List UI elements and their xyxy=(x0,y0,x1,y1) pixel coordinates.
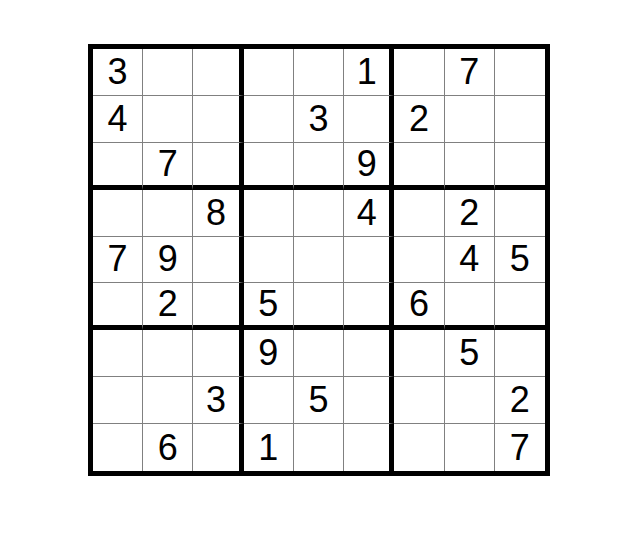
cell-r2c9[interactable] xyxy=(495,96,545,143)
cell-r5c2[interactable]: 9 xyxy=(143,237,193,284)
cell-r4c2[interactable] xyxy=(143,190,193,237)
cell-r5c6[interactable] xyxy=(344,237,394,284)
cell-r4c5[interactable] xyxy=(294,190,344,237)
cell-r3c2[interactable]: 7 xyxy=(143,143,193,190)
cell-r7c9[interactable] xyxy=(495,330,545,377)
cell-r3c8[interactable] xyxy=(445,143,495,190)
cell-r8c4[interactable] xyxy=(244,377,294,424)
cell-r1c8[interactable]: 7 xyxy=(445,49,495,96)
cell-r6c7[interactable]: 6 xyxy=(394,283,444,330)
cell-r1c3[interactable] xyxy=(193,49,243,96)
cell-r8c3[interactable]: 3 xyxy=(193,377,243,424)
cell-r9c5[interactable] xyxy=(294,424,344,471)
cell-r5c8[interactable]: 4 xyxy=(445,237,495,284)
cell-r3c7[interactable] xyxy=(394,143,444,190)
cell-r6c9[interactable] xyxy=(495,283,545,330)
cell-r5c4[interactable] xyxy=(244,237,294,284)
cell-r5c5[interactable] xyxy=(294,237,344,284)
cell-r9c4[interactable]: 1 xyxy=(244,424,294,471)
cell-r2c1[interactable]: 4 xyxy=(93,96,143,143)
cell-r5c7[interactable] xyxy=(394,237,444,284)
cell-r5c9[interactable]: 5 xyxy=(495,237,545,284)
cell-r9c7[interactable] xyxy=(394,424,444,471)
cell-r8c5[interactable]: 5 xyxy=(294,377,344,424)
cell-r9c8[interactable] xyxy=(445,424,495,471)
cell-r4c9[interactable] xyxy=(495,190,545,237)
cell-r3c1[interactable] xyxy=(93,143,143,190)
cell-r4c3[interactable]: 8 xyxy=(193,190,243,237)
cell-r7c7[interactable] xyxy=(394,330,444,377)
cell-r2c6[interactable] xyxy=(344,96,394,143)
cell-r9c9[interactable]: 7 xyxy=(495,424,545,471)
cell-r6c6[interactable] xyxy=(344,283,394,330)
cell-r6c8[interactable] xyxy=(445,283,495,330)
cell-r7c3[interactable] xyxy=(193,330,243,377)
cell-r8c9[interactable]: 2 xyxy=(495,377,545,424)
cell-r2c4[interactable] xyxy=(244,96,294,143)
cell-r6c2[interactable]: 2 xyxy=(143,283,193,330)
cell-r6c1[interactable] xyxy=(93,283,143,330)
cell-r3c5[interactable] xyxy=(294,143,344,190)
cell-r5c3[interactable] xyxy=(193,237,243,284)
cell-r1c4[interactable] xyxy=(244,49,294,96)
cell-r1c2[interactable] xyxy=(143,49,193,96)
cell-r1c6[interactable]: 1 xyxy=(344,49,394,96)
cell-r2c2[interactable] xyxy=(143,96,193,143)
cell-r7c1[interactable] xyxy=(93,330,143,377)
cell-r3c3[interactable] xyxy=(193,143,243,190)
cell-r4c1[interactable] xyxy=(93,190,143,237)
cell-r1c5[interactable] xyxy=(294,49,344,96)
cell-r6c3[interactable] xyxy=(193,283,243,330)
cell-r4c8[interactable]: 2 xyxy=(445,190,495,237)
cell-r6c5[interactable] xyxy=(294,283,344,330)
cell-r2c7[interactable]: 2 xyxy=(394,96,444,143)
cell-r1c1[interactable]: 3 xyxy=(93,49,143,96)
cell-r9c6[interactable] xyxy=(344,424,394,471)
cell-r4c4[interactable] xyxy=(244,190,294,237)
cell-r2c8[interactable] xyxy=(445,96,495,143)
cell-r3c6[interactable]: 9 xyxy=(344,143,394,190)
cell-r5c1[interactable]: 7 xyxy=(93,237,143,284)
cell-r4c6[interactable]: 4 xyxy=(344,190,394,237)
cell-r8c7[interactable] xyxy=(394,377,444,424)
cell-r7c5[interactable] xyxy=(294,330,344,377)
cell-r4c7[interactable] xyxy=(394,190,444,237)
cell-r3c9[interactable] xyxy=(495,143,545,190)
sudoku-board: 31743279842794525695352617 xyxy=(88,44,550,476)
cell-r2c5[interactable]: 3 xyxy=(294,96,344,143)
cell-r7c6[interactable] xyxy=(344,330,394,377)
cell-r8c1[interactable] xyxy=(93,377,143,424)
cell-r2c3[interactable] xyxy=(193,96,243,143)
cell-r8c2[interactable] xyxy=(143,377,193,424)
cell-r7c2[interactable] xyxy=(143,330,193,377)
cell-r3c4[interactable] xyxy=(244,143,294,190)
cell-r7c4[interactable]: 9 xyxy=(244,330,294,377)
cell-r1c7[interactable] xyxy=(394,49,444,96)
cell-r9c1[interactable] xyxy=(93,424,143,471)
cell-r8c8[interactable] xyxy=(445,377,495,424)
cell-r1c9[interactable] xyxy=(495,49,545,96)
cell-r8c6[interactable] xyxy=(344,377,394,424)
cell-r6c4[interactable]: 5 xyxy=(244,283,294,330)
cell-r9c3[interactable] xyxy=(193,424,243,471)
cell-r7c8[interactable]: 5 xyxy=(445,330,495,377)
cell-r9c2[interactable]: 6 xyxy=(143,424,193,471)
